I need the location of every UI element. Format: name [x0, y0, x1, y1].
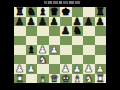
piece-white-rook[interactable]: ♜: [15, 74, 24, 83]
square-h2[interactable]: ♟: [95, 64, 107, 74]
square-e5[interactable]: [60, 36, 72, 46]
square-g8[interactable]: [83, 7, 95, 17]
square-a8[interactable]: ♜: [14, 7, 26, 17]
square-d3[interactable]: [49, 55, 61, 65]
square-f1[interactable]: ♝: [72, 74, 84, 84]
square-h7[interactable]: ♟: [95, 17, 107, 27]
square-b5[interactable]: [26, 36, 38, 46]
square-b6[interactable]: [26, 26, 38, 36]
square-c1[interactable]: ♝: [37, 74, 49, 84]
square-e6[interactable]: ♟: [60, 26, 72, 36]
square-f2[interactable]: ♟: [72, 64, 84, 74]
square-e3[interactable]: [60, 55, 72, 65]
square-d6[interactable]: [49, 26, 61, 36]
piece-white-pawn[interactable]: ♟: [73, 64, 82, 73]
piece-black-knight[interactable]: ♞: [27, 7, 36, 16]
video-frame: ♜♞♝♛♚♜♟♟♟♟♟♟♟♟♞♝♟♟♞♟♟♟♟♟♟♜♝♛♚♝♞♜: [0, 0, 120, 90]
piece-white-knight[interactable]: ♞: [84, 74, 93, 83]
square-h4[interactable]: [95, 45, 107, 55]
square-f7[interactable]: ♟: [72, 17, 84, 27]
square-c6[interactable]: [37, 26, 49, 36]
square-f6[interactable]: ♞: [72, 26, 84, 36]
square-c7[interactable]: ♟: [37, 17, 49, 27]
piece-black-pawn[interactable]: ♟: [73, 17, 82, 26]
square-d8[interactable]: ♛: [49, 7, 61, 17]
square-g5[interactable]: [83, 36, 95, 46]
piece-white-pawn[interactable]: ♟: [61, 64, 70, 73]
piece-white-bishop[interactable]: ♝: [73, 74, 82, 83]
piece-white-pawn[interactable]: ♟: [27, 64, 36, 73]
piece-black-king[interactable]: ♚: [61, 7, 70, 16]
square-g2[interactable]: ♟: [83, 64, 95, 74]
square-b1[interactable]: [26, 74, 38, 84]
square-b3[interactable]: [26, 55, 38, 65]
piece-white-queen[interactable]: ♛: [50, 74, 59, 83]
square-a2[interactable]: ♟: [14, 64, 26, 74]
piece-black-rook[interactable]: ♜: [15, 7, 24, 16]
square-c2[interactable]: [37, 64, 49, 74]
square-a7[interactable]: ♟: [14, 17, 26, 27]
video-title-overlay: [44, 1, 80, 4]
piece-black-bishop[interactable]: ♝: [27, 45, 36, 54]
square-f3[interactable]: [72, 55, 84, 65]
square-a1[interactable]: ♜: [14, 74, 26, 84]
square-e2[interactable]: ♟: [60, 64, 72, 74]
piece-white-bishop[interactable]: ♝: [38, 74, 47, 83]
square-d7[interactable]: ♟: [49, 17, 61, 27]
piece-black-rook[interactable]: ♜: [96, 7, 105, 16]
square-h5[interactable]: [95, 36, 107, 46]
square-e4[interactable]: [60, 45, 72, 55]
square-e8[interactable]: ♚: [60, 7, 72, 17]
piece-black-pawn[interactable]: ♟: [84, 17, 93, 26]
piece-black-knight[interactable]: ♞: [73, 26, 82, 35]
square-f8[interactable]: [72, 7, 84, 17]
square-d4[interactable]: ♟: [49, 45, 61, 55]
square-c3[interactable]: ♞: [37, 55, 49, 65]
square-e7[interactable]: [60, 17, 72, 27]
square-d1[interactable]: ♛: [49, 74, 61, 84]
square-d2[interactable]: [49, 64, 61, 74]
square-b2[interactable]: ♟: [26, 64, 38, 74]
square-a4[interactable]: [14, 45, 26, 55]
square-a5[interactable]: [14, 36, 26, 46]
square-h3[interactable]: [95, 55, 107, 65]
square-g6[interactable]: [83, 26, 95, 36]
chess-board[interactable]: ♜♞♝♛♚♜♟♟♟♟♟♟♟♟♞♝♟♟♞♟♟♟♟♟♟♜♝♛♚♝♞♜: [14, 7, 106, 83]
piece-black-pawn[interactable]: ♟: [38, 17, 47, 26]
piece-white-rook[interactable]: ♜: [96, 74, 105, 83]
piece-white-pawn[interactable]: ♟: [84, 64, 93, 73]
square-a3[interactable]: [14, 55, 26, 65]
square-g7[interactable]: ♟: [83, 17, 95, 27]
piece-black-queen[interactable]: ♛: [50, 7, 59, 16]
square-b8[interactable]: ♞: [26, 7, 38, 17]
square-h8[interactable]: ♜: [95, 7, 107, 17]
piece-white-pawn[interactable]: ♟: [96, 64, 105, 73]
square-c5[interactable]: [37, 36, 49, 46]
piece-black-pawn[interactable]: ♟: [61, 26, 70, 35]
square-b4[interactable]: ♝: [26, 45, 38, 55]
square-f4[interactable]: [72, 45, 84, 55]
piece-black-bishop[interactable]: ♝: [38, 7, 47, 16]
square-b7[interactable]: ♟: [26, 17, 38, 27]
piece-white-knight[interactable]: ♞: [38, 55, 47, 64]
piece-black-pawn[interactable]: ♟: [27, 17, 36, 26]
piece-white-pawn[interactable]: ♟: [50, 45, 59, 54]
piece-black-pawn[interactable]: ♟: [50, 17, 59, 26]
square-g1[interactable]: ♞: [83, 74, 95, 84]
square-a6[interactable]: [14, 26, 26, 36]
square-e1[interactable]: ♚: [60, 74, 72, 84]
square-d5[interactable]: [49, 36, 61, 46]
square-g4[interactable]: [83, 45, 95, 55]
square-f5[interactable]: [72, 36, 84, 46]
square-c4[interactable]: ♟: [37, 45, 49, 55]
piece-black-pawn[interactable]: ♟: [96, 17, 105, 26]
square-g3[interactable]: [83, 55, 95, 65]
square-h1[interactable]: ♜: [95, 74, 107, 84]
square-h6[interactable]: [95, 26, 107, 36]
piece-white-pawn[interactable]: ♟: [15, 64, 24, 73]
square-c8[interactable]: ♝: [37, 7, 49, 17]
piece-white-pawn[interactable]: ♟: [38, 45, 47, 54]
piece-black-pawn[interactable]: ♟: [15, 17, 24, 26]
piece-white-king[interactable]: ♚: [61, 74, 70, 83]
